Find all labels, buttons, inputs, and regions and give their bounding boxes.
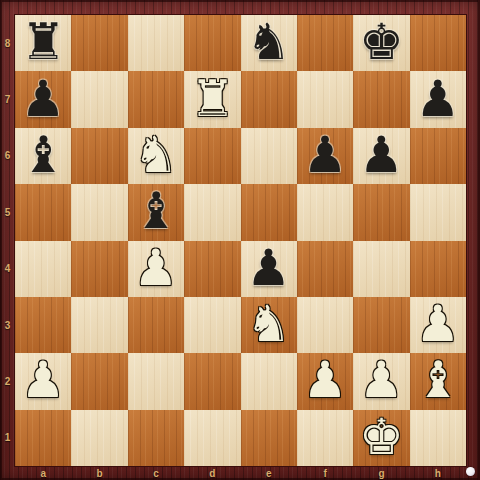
square-h2[interactable]: ♝: [410, 353, 466, 409]
square-e4[interactable]: ♟: [241, 241, 297, 297]
square-c7[interactable]: [128, 71, 184, 127]
square-d8[interactable]: [184, 15, 240, 71]
file-label-h: h: [410, 466, 466, 480]
square-e1[interactable]: [241, 410, 297, 466]
square-a4[interactable]: [15, 241, 71, 297]
piece-white-pawn[interactable]: ♟: [359, 355, 404, 405]
square-d5[interactable]: [184, 184, 240, 240]
square-d7[interactable]: ♜: [184, 71, 240, 127]
square-a6[interactable]: ♝: [15, 128, 71, 184]
square-a1[interactable]: [15, 410, 71, 466]
piece-white-pawn[interactable]: ♟: [415, 299, 460, 349]
piece-white-king[interactable]: ♚: [359, 412, 404, 462]
piece-black-king[interactable]: ♚: [359, 17, 404, 67]
chess-board-frame: 87654321 abcdefgh ♜♞♚♟♜♟♝♞♟♟♝♟♟♞♟♟♟♟♝♚: [0, 0, 480, 480]
white-to-move-indicator: [466, 467, 475, 476]
square-g4[interactable]: [353, 241, 409, 297]
piece-black-knight[interactable]: ♞: [246, 17, 291, 67]
square-e8[interactable]: ♞: [241, 15, 297, 71]
square-e2[interactable]: [241, 353, 297, 409]
square-h3[interactable]: ♟: [410, 297, 466, 353]
square-d2[interactable]: [184, 353, 240, 409]
rank-label-6: 6: [0, 128, 15, 184]
square-f5[interactable]: [297, 184, 353, 240]
file-label-a: a: [15, 466, 71, 480]
square-e6[interactable]: [241, 128, 297, 184]
piece-white-pawn[interactable]: ♟: [134, 243, 179, 293]
square-c5[interactable]: ♝: [128, 184, 184, 240]
piece-black-pawn[interactable]: ♟: [415, 74, 460, 124]
file-label-b: b: [71, 466, 127, 480]
square-f7[interactable]: [297, 71, 353, 127]
square-f4[interactable]: [297, 241, 353, 297]
file-label-g: g: [353, 466, 409, 480]
rank-label-5: 5: [0, 184, 15, 240]
piece-white-knight[interactable]: ♞: [246, 299, 291, 349]
square-a5[interactable]: [15, 184, 71, 240]
chess-board: ♜♞♚♟♜♟♝♞♟♟♝♟♟♞♟♟♟♟♝♚: [15, 15, 466, 466]
square-b5[interactable]: [71, 184, 127, 240]
square-g8[interactable]: ♚: [353, 15, 409, 71]
square-h7[interactable]: ♟: [410, 71, 466, 127]
square-b6[interactable]: [71, 128, 127, 184]
file-label-f: f: [297, 466, 353, 480]
square-c6[interactable]: ♞: [128, 128, 184, 184]
rank-label-8: 8: [0, 15, 15, 71]
piece-white-pawn[interactable]: ♟: [303, 355, 348, 405]
square-h1[interactable]: [410, 410, 466, 466]
file-label-d: d: [184, 466, 240, 480]
rank-label-3: 3: [0, 297, 15, 353]
piece-black-pawn[interactable]: ♟: [246, 243, 291, 293]
square-h8[interactable]: [410, 15, 466, 71]
square-g2[interactable]: ♟: [353, 353, 409, 409]
square-c3[interactable]: [128, 297, 184, 353]
square-c2[interactable]: [128, 353, 184, 409]
file-labels: abcdefgh: [15, 466, 466, 480]
square-b3[interactable]: [71, 297, 127, 353]
square-a2[interactable]: ♟: [15, 353, 71, 409]
rank-label-1: 1: [0, 410, 15, 466]
square-h4[interactable]: [410, 241, 466, 297]
piece-black-pawn[interactable]: ♟: [303, 130, 348, 180]
square-b1[interactable]: [71, 410, 127, 466]
piece-white-knight[interactable]: ♞: [134, 130, 179, 180]
square-d4[interactable]: [184, 241, 240, 297]
piece-white-rook[interactable]: ♜: [190, 74, 235, 124]
square-c1[interactable]: [128, 410, 184, 466]
square-e3[interactable]: ♞: [241, 297, 297, 353]
square-h5[interactable]: [410, 184, 466, 240]
square-f1[interactable]: [297, 410, 353, 466]
square-f3[interactable]: [297, 297, 353, 353]
piece-black-pawn[interactable]: ♟: [359, 130, 404, 180]
piece-white-pawn[interactable]: ♟: [21, 355, 66, 405]
square-b8[interactable]: [71, 15, 127, 71]
square-d3[interactable]: [184, 297, 240, 353]
square-b2[interactable]: [71, 353, 127, 409]
square-d1[interactable]: [184, 410, 240, 466]
rank-labels: 87654321: [0, 15, 15, 466]
square-h6[interactable]: [410, 128, 466, 184]
rank-label-4: 4: [0, 241, 15, 297]
square-b4[interactable]: [71, 241, 127, 297]
rank-label-2: 2: [0, 353, 15, 409]
file-label-e: e: [241, 466, 297, 480]
square-g7[interactable]: [353, 71, 409, 127]
square-b7[interactable]: [71, 71, 127, 127]
square-e5[interactable]: [241, 184, 297, 240]
square-a8[interactable]: ♜: [15, 15, 71, 71]
square-d6[interactable]: [184, 128, 240, 184]
square-f2[interactable]: ♟: [297, 353, 353, 409]
square-g3[interactable]: [353, 297, 409, 353]
square-f6[interactable]: ♟: [297, 128, 353, 184]
square-a7[interactable]: ♟: [15, 71, 71, 127]
square-g5[interactable]: [353, 184, 409, 240]
piece-white-bishop[interactable]: ♝: [415, 355, 460, 405]
square-g6[interactable]: ♟: [353, 128, 409, 184]
square-c4[interactable]: ♟: [128, 241, 184, 297]
square-e7[interactable]: [241, 71, 297, 127]
rank-label-7: 7: [0, 71, 15, 127]
square-g1[interactable]: ♚: [353, 410, 409, 466]
piece-black-bishop[interactable]: ♝: [134, 186, 179, 236]
square-c8[interactable]: [128, 15, 184, 71]
square-f8[interactable]: [297, 15, 353, 71]
square-a3[interactable]: [15, 297, 71, 353]
piece-black-pawn[interactable]: ♟: [21, 74, 66, 124]
piece-black-rook[interactable]: ♜: [21, 17, 66, 67]
piece-black-bishop[interactable]: ♝: [21, 130, 66, 180]
file-label-c: c: [128, 466, 184, 480]
